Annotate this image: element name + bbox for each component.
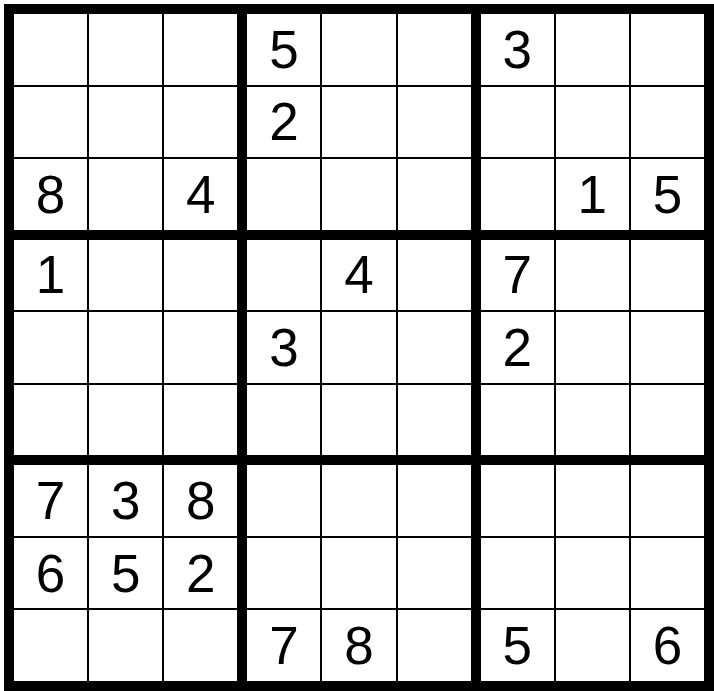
sudoku-board: 8452315143727386527856: [4, 4, 714, 691]
cell-r7c3[interactable]: 8: [164, 465, 237, 536]
cell-r7c4[interactable]: [247, 465, 320, 536]
cell-r7c9[interactable]: [631, 465, 704, 536]
cell-r3c7[interactable]: [481, 159, 554, 230]
cell-r8c8[interactable]: [556, 538, 629, 609]
cell-r1c9[interactable]: [631, 14, 704, 85]
cell-r2c4[interactable]: 2: [247, 87, 320, 158]
cell-r2c1[interactable]: [14, 87, 87, 158]
cell-r7c8[interactable]: [556, 465, 629, 536]
cell-r3c3[interactable]: 4: [164, 159, 237, 230]
cell-r9c7[interactable]: 5: [481, 610, 554, 681]
cell-r7c1[interactable]: 7: [14, 465, 87, 536]
cell-r1c5[interactable]: [322, 14, 395, 85]
cell-r6c5[interactable]: [322, 385, 395, 456]
cell-r4c7[interactable]: 7: [481, 240, 554, 311]
cell-r4c5[interactable]: 4: [322, 240, 395, 311]
cell-r5c2[interactable]: [89, 312, 162, 383]
box-6: 72: [481, 240, 704, 456]
cell-r1c3[interactable]: [164, 14, 237, 85]
cell-r5c1[interactable]: [14, 312, 87, 383]
cell-r4c1[interactable]: 1: [14, 240, 87, 311]
cell-r9c8[interactable]: [556, 610, 629, 681]
cell-r4c3[interactable]: [164, 240, 237, 311]
cell-r8c7[interactable]: [481, 538, 554, 609]
cell-r6c3[interactable]: [164, 385, 237, 456]
cell-r4c9[interactable]: [631, 240, 704, 311]
cell-r6c7[interactable]: [481, 385, 554, 456]
cell-r2c6[interactable]: [398, 87, 471, 158]
cell-r3c5[interactable]: [322, 159, 395, 230]
cell-r1c8[interactable]: [556, 14, 629, 85]
cell-r5c5[interactable]: [322, 312, 395, 383]
box-5: 43: [247, 240, 470, 456]
cell-r5c6[interactable]: [398, 312, 471, 383]
cell-r1c7[interactable]: 3: [481, 14, 554, 85]
cell-r3c9[interactable]: 5: [631, 159, 704, 230]
cell-r2c8[interactable]: [556, 87, 629, 158]
cell-r3c6[interactable]: [398, 159, 471, 230]
cell-r4c8[interactable]: [556, 240, 629, 311]
cell-r3c2[interactable]: [89, 159, 162, 230]
cell-r4c4[interactable]: [247, 240, 320, 311]
cell-r6c6[interactable]: [398, 385, 471, 456]
cell-r5c9[interactable]: [631, 312, 704, 383]
cell-r1c4[interactable]: 5: [247, 14, 320, 85]
cell-r9c3[interactable]: [164, 610, 237, 681]
cell-r7c2[interactable]: 3: [89, 465, 162, 536]
cell-r7c5[interactable]: [322, 465, 395, 536]
cell-r5c4[interactable]: 3: [247, 312, 320, 383]
cell-r3c8[interactable]: 1: [556, 159, 629, 230]
cell-r9c2[interactable]: [89, 610, 162, 681]
cell-r7c6[interactable]: [398, 465, 471, 536]
box-3: 315: [481, 14, 704, 230]
cell-r6c4[interactable]: [247, 385, 320, 456]
cell-r4c2[interactable]: [89, 240, 162, 311]
cell-r2c7[interactable]: [481, 87, 554, 158]
cell-r6c2[interactable]: [89, 385, 162, 456]
cell-r5c8[interactable]: [556, 312, 629, 383]
cell-r6c9[interactable]: [631, 385, 704, 456]
cell-r2c5[interactable]: [322, 87, 395, 158]
cell-r5c3[interactable]: [164, 312, 237, 383]
box-7: 738652: [14, 465, 237, 681]
cell-r6c1[interactable]: [14, 385, 87, 456]
cell-r3c4[interactable]: [247, 159, 320, 230]
cell-r9c4[interactable]: 7: [247, 610, 320, 681]
cell-r3c1[interactable]: 8: [14, 159, 87, 230]
cell-r8c3[interactable]: 2: [164, 538, 237, 609]
cell-r1c2[interactable]: [89, 14, 162, 85]
cell-r8c4[interactable]: [247, 538, 320, 609]
cell-r8c1[interactable]: 6: [14, 538, 87, 609]
cell-r8c5[interactable]: [322, 538, 395, 609]
box-9: 56: [481, 465, 704, 681]
cell-r7c7[interactable]: [481, 465, 554, 536]
cell-r9c1[interactable]: [14, 610, 87, 681]
cell-r5c7[interactable]: 2: [481, 312, 554, 383]
cell-r9c9[interactable]: 6: [631, 610, 704, 681]
cell-r8c6[interactable]: [398, 538, 471, 609]
cell-r1c1[interactable]: [14, 14, 87, 85]
box-4: 1: [14, 240, 237, 456]
box-2: 52: [247, 14, 470, 230]
cell-r9c5[interactable]: 8: [322, 610, 395, 681]
cell-r8c2[interactable]: 5: [89, 538, 162, 609]
cell-r6c8[interactable]: [556, 385, 629, 456]
cell-r2c3[interactable]: [164, 87, 237, 158]
cell-r8c9[interactable]: [631, 538, 704, 609]
box-8: 78: [247, 465, 470, 681]
box-1: 84: [14, 14, 237, 230]
cell-r4c6[interactable]: [398, 240, 471, 311]
cell-r1c6[interactable]: [398, 14, 471, 85]
cell-r2c9[interactable]: [631, 87, 704, 158]
cell-r2c2[interactable]: [89, 87, 162, 158]
cell-r9c6[interactable]: [398, 610, 471, 681]
